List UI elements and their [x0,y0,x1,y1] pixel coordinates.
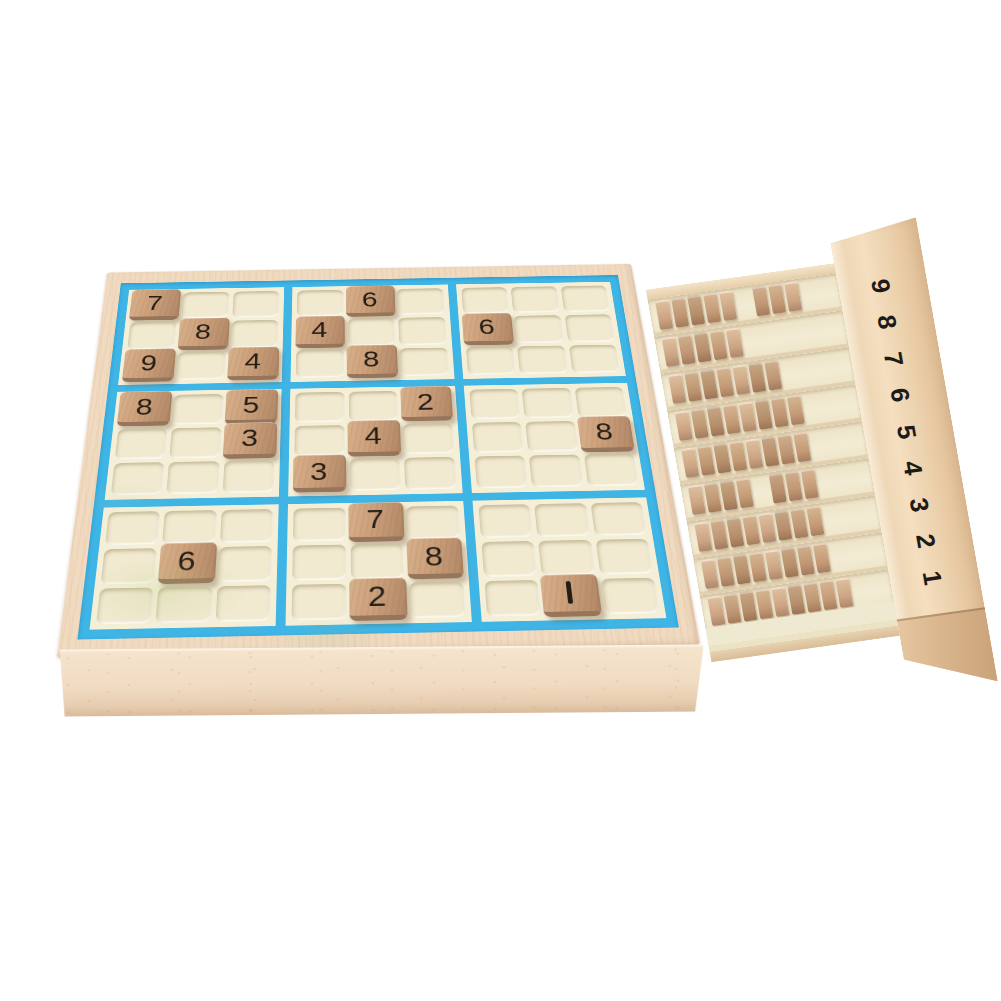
sudoku-box: 243 [288,386,462,496]
sudoku-cell[interactable] [162,510,217,544]
sudoku-cell[interactable] [564,315,615,343]
sudoku-cell[interactable] [348,318,396,346]
drawer-tile-9[interactable] [768,283,786,314]
number-tile-6[interactable]: 6 [346,285,396,317]
number-tile-6[interactable]: 6 [462,313,514,346]
sudoku-cell[interactable] [600,577,659,614]
sudoku-cell[interactable] [105,511,161,545]
drawer-tile-1[interactable] [835,577,853,608]
sudoku-cell[interactable] [469,389,520,419]
drawer-tile-3[interactable] [710,519,728,550]
sudoku-cell[interactable] [461,287,509,314]
board-frame: 7894648685324386782 [56,264,701,659]
drawer-tile-6[interactable] [755,399,773,430]
sudoku-box: 853 [105,389,282,500]
sudoku-cell[interactable] [231,320,279,348]
sudoku-box [472,497,666,622]
drawer-tile-1[interactable] [819,579,837,610]
drawer-tile-2[interactable] [733,554,751,585]
drawer-tile-5[interactable] [793,431,811,462]
sudoku-cell[interactable] [176,351,226,380]
sudoku-cell[interactable] [350,544,404,580]
drawer-tile-3[interactable] [758,512,776,543]
sudoku-cell[interactable]: 6 [347,289,394,316]
sudoku-cell[interactable] [181,292,229,319]
drawer-tile-5[interactable] [681,447,699,478]
sudoku-cell[interactable] [223,460,275,493]
sudoku-cell[interactable] [292,583,347,620]
drawer-label-1: 1 [909,546,956,609]
board-surface: 7894648685324386782 [77,275,678,639]
drawer-tile-1[interactable] [739,591,757,622]
drawer-tile-4[interactable] [720,480,738,511]
drawer-tile-1[interactable] [723,593,741,624]
sudoku-cell[interactable] [484,580,541,617]
tile-group-gap [740,317,754,319]
sudoku-cell[interactable] [397,288,444,315]
sudoku-cell[interactable] [466,346,516,375]
sudoku-cell[interactable]: 2 [401,390,451,420]
number-tile-8[interactable]: 8 [117,391,172,427]
sudoku-cell[interactable] [293,545,347,581]
sudoku-cell[interactable] [349,391,399,421]
number-tile-7[interactable]: 7 [129,289,181,321]
sudoku-cell[interactable] [111,462,165,495]
sudoku-cell[interactable]: 7 [131,293,180,320]
number-tile-8[interactable]: 8 [577,416,635,453]
sudoku-box: 6 [456,282,626,379]
sudoku-cell[interactable]: 8 [119,395,171,425]
drawer-tile-2[interactable] [701,558,719,589]
drawer-tile-2[interactable] [813,542,831,573]
sudoku-cell[interactable]: 3 [225,426,276,457]
sudoku-cell[interactable] [481,541,537,576]
sudoku-cell[interactable]: 4 [349,424,399,455]
sudoku-cell[interactable] [295,392,344,422]
sudoku-cell[interactable]: 2 [351,582,406,619]
sudoku-cell[interactable] [534,503,590,537]
number-tile-8[interactable]: 8 [177,317,229,350]
drawer-tile-3[interactable] [694,521,712,552]
drawer-tile-1[interactable] [755,588,773,619]
sudoku-cell[interactable] [529,455,583,487]
drawer-tile-9[interactable] [687,295,705,326]
number-tile-9[interactable]: 9 [122,348,176,382]
drawer-tile-1[interactable] [803,582,821,613]
drawer-tile-1[interactable] [787,584,805,615]
drawer-tile-6[interactable] [787,394,805,425]
number-tile-5[interactable]: 5 [225,389,278,425]
number-tile-7[interactable]: 7 [348,502,404,542]
drawer-tile-8[interactable] [694,332,712,363]
drawer-tile-9[interactable] [703,292,721,323]
sudoku-cell[interactable] [542,578,600,615]
sudoku-cell[interactable]: 8 [179,321,228,349]
drawer-tile-6[interactable] [675,410,693,441]
drawer-tile-2[interactable] [765,549,783,580]
drawer-tile-9[interactable] [752,286,770,317]
drawer-tile-8[interactable] [678,334,696,365]
sudoku-cell[interactable] [595,539,653,574]
sudoku-board: 7894648685324386782 [56,264,701,659]
sudoku-box: 8 [463,383,644,493]
sudoku-cell[interactable]: 6 [159,547,215,583]
number-tile-2[interactable]: 2 [400,386,454,421]
drawer-tile-9[interactable] [671,297,689,328]
sudoku-cell[interactable] [101,548,158,584]
number-tile-6[interactable]: 6 [157,542,216,584]
sudoku-cell[interactable] [297,290,343,317]
sudoku-cell[interactable]: 8 [579,420,633,451]
drawer-tile-7[interactable] [732,364,750,395]
drawer-tile-7[interactable] [668,373,686,404]
sudoku-cell[interactable]: 5 [226,393,276,423]
sudoku-cell[interactable] [293,507,345,541]
sudoku-cell[interactable] [232,291,279,318]
sudoku-cell[interactable] [568,345,620,374]
number-tile-3[interactable]: 3 [293,455,347,493]
tile-group-gap [757,504,771,506]
drawer-tile-6[interactable] [723,403,741,434]
drawer-tile-9[interactable] [719,290,737,321]
number-tile-4[interactable]: 4 [295,315,345,348]
drawer-tile-7[interactable] [748,362,766,393]
drawer-tile-3[interactable] [790,508,808,539]
drawer-tile-7[interactable] [764,360,782,391]
sudoku-cell[interactable] [590,502,647,536]
sudoku-cell[interactable] [522,388,574,418]
drawer-tile-5[interactable] [713,443,731,474]
number-tile-8[interactable]: 8 [347,345,398,379]
sudoku-box: 782 [286,501,472,626]
sudoku-cell[interactable] [404,457,456,489]
sudoku-box: 7894 [118,287,284,385]
sudoku-cell[interactable] [220,509,273,543]
drawer-tile-3[interactable] [806,505,824,536]
sudoku-cell[interactable] [96,587,154,624]
drawer-tile-1[interactable] [707,595,725,626]
drawer-tile-4[interactable] [801,468,819,499]
sudoku-cell[interactable] [170,427,222,458]
product-photo-scene: 987654321 7894648685324386782 [0,0,1001,1001]
sudoku-cell[interactable]: 6 [463,316,512,344]
sudoku-cell[interactable] [583,454,638,486]
sudoku-cell[interactable] [403,423,454,454]
sudoku-cell[interactable] [115,428,168,459]
drawer-tile-9[interactable] [784,281,802,312]
number-tile-8[interactable]: 8 [406,538,464,580]
drawer-tile-5[interactable] [777,434,795,465]
sudoku-cell[interactable]: 4 [297,319,344,347]
drawer-tile-5[interactable] [745,438,763,469]
digit-one-glyph [566,581,574,604]
sudoku-cell[interactable] [517,345,568,374]
drawer-tile-8[interactable] [726,327,744,358]
sudoku-cell[interactable]: 8 [408,542,463,578]
sudoku-cell[interactable] [400,347,449,376]
drawer-tile-7[interactable] [684,371,702,402]
sudoku-box: 6 [90,504,279,630]
sudoku-cell[interactable] [514,315,564,343]
sudoku-cell[interactable] [511,286,560,313]
sudoku-box: 648 [291,284,455,382]
drawer-tile-5[interactable] [697,445,715,476]
drawer-tile-4[interactable] [769,473,787,504]
drawer-rail-end-cap [897,607,999,699]
drawer-tile-5[interactable] [729,440,747,471]
sudoku-cell[interactable] [406,505,460,539]
sudoku-cell[interactable] [215,585,271,622]
sudoku-cell[interactable] [472,422,524,453]
number-tile-2[interactable]: 2 [349,577,407,620]
drawer-tile-6[interactable] [691,408,709,439]
sudoku-cell[interactable] [398,317,446,345]
drawer-tile-2[interactable] [781,547,799,578]
sudoku-cell[interactable] [296,349,344,378]
drawer-tile-2[interactable] [749,551,767,582]
drawer-tile-8[interactable] [710,329,728,360]
sudoku-cell[interactable] [349,458,400,490]
sudoku-cell[interactable] [474,456,527,488]
sudoku-cell[interactable] [167,461,220,494]
drawer-tile-8[interactable] [662,336,680,367]
sudoku-cell[interactable]: 8 [348,348,396,377]
drawer-tile-4[interactable] [785,471,803,502]
sudoku-cell[interactable] [574,387,627,417]
box-front-face [56,644,705,716]
drawer-tile-5[interactable] [761,436,779,467]
sudoku-cell[interactable]: 3 [294,459,345,492]
sudoku-cell[interactable] [173,394,224,424]
drawer-tile-2[interactable] [797,545,815,576]
drawer-tile-6[interactable] [707,406,725,437]
drawer-tile-4[interactable] [736,477,754,508]
sudoku-cell[interactable] [409,581,465,618]
sudoku-cell[interactable] [478,504,533,538]
drawer-tile-7[interactable] [700,369,718,400]
drawer-tile-3[interactable] [774,510,792,541]
drawer-tile-2[interactable] [717,556,735,587]
drawer-tile-4[interactable] [688,484,706,515]
sudoku-cell[interactable]: 4 [229,350,278,379]
drawer-tile-9[interactable] [655,299,673,330]
tile-drawer[interactable]: 987654321 [646,248,1001,662]
drawer-tile-6[interactable] [771,397,789,428]
drawer-tile-4[interactable] [704,482,722,513]
sudoku-cell[interactable]: 7 [350,506,403,540]
sudoku-cell[interactable] [156,586,213,623]
number-tile-1[interactable] [540,574,602,617]
sudoku-cell[interactable] [295,425,345,456]
drawer-tile-6[interactable] [739,401,757,432]
sudoku-cell[interactable] [218,546,273,582]
number-tile-4[interactable]: 4 [227,347,279,381]
sudoku-cell[interactable]: 9 [124,352,175,381]
number-tile-3[interactable]: 3 [223,422,277,459]
sudoku-cell[interactable] [560,285,610,312]
number-tile-4[interactable]: 4 [348,420,402,457]
sudoku-cell[interactable] [525,421,578,452]
sudoku-cell[interactable] [538,540,595,575]
drawer-tile-3[interactable] [742,514,760,545]
sudoku-cell[interactable] [127,322,177,350]
drawer-tile-3[interactable] [726,517,744,548]
drawer-tile-7[interactable] [716,366,734,397]
drawer-tile-1[interactable] [771,586,789,617]
